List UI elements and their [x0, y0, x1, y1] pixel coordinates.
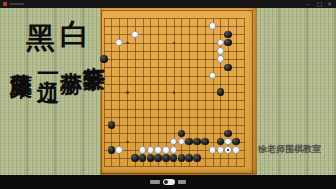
black-stone [162, 154, 170, 162]
watermark-text: 徐老师围棋教室 [258, 143, 321, 156]
white-stone [209, 146, 217, 154]
white-player-1-name: 李赫 [56, 54, 86, 56]
black-side-label: 黑 [26, 23, 55, 53]
grid-line-v [213, 18, 214, 168]
white-stone [162, 146, 170, 154]
pause-toggle[interactable] [163, 179, 175, 185]
white-stone [224, 146, 232, 154]
black-stone [224, 64, 232, 72]
record-indicator-icon [3, 2, 7, 6]
black-stone [147, 154, 155, 162]
white-stone [209, 22, 217, 30]
black-stone [185, 154, 193, 162]
player-marker-left[interactable] [150, 180, 160, 184]
player-control-bar [0, 175, 336, 189]
white-stone [154, 146, 162, 154]
black-stone [217, 88, 225, 96]
black-stone [139, 154, 147, 162]
minimize-icon[interactable]: – [305, 1, 312, 7]
black-player-1-name: 藤泽里菜 [6, 56, 36, 60]
white-stone [131, 31, 139, 39]
black-stone [108, 121, 116, 129]
maximize-icon[interactable]: □ [316, 1, 323, 7]
white-stone [217, 146, 225, 154]
title-bar: – □ × [0, 0, 336, 8]
black-stone [131, 154, 139, 162]
black-stone [108, 146, 116, 154]
white-stone [217, 55, 225, 63]
go-board[interactable] [100, 8, 257, 175]
white-stone [170, 146, 178, 154]
title-text-specks [10, 3, 24, 5]
black-stone [201, 138, 209, 146]
white-stone [217, 47, 225, 55]
toggle-knob-icon [164, 180, 168, 184]
white-player-2-name: 李轩豪 [79, 49, 109, 52]
black-stone [193, 138, 201, 146]
black-stone [232, 138, 240, 146]
grid-line-h [104, 166, 245, 167]
white-stone [115, 146, 123, 154]
white-stone [232, 146, 240, 154]
black-stone [178, 154, 186, 162]
player-marker-right[interactable] [178, 180, 186, 184]
black-stone [224, 130, 232, 138]
black-player-2-name: 一力辽 [33, 62, 63, 65]
grid-line-v [244, 18, 245, 168]
black-stone [100, 55, 108, 63]
black-stone [193, 154, 201, 162]
grid-line-h [104, 100, 245, 101]
white-stone [147, 146, 155, 154]
grid-line-h [104, 125, 245, 126]
white-stone [139, 146, 147, 154]
close-icon[interactable]: × [326, 1, 333, 7]
white-side-label: 白 [60, 19, 89, 49]
grid-line-h [104, 109, 245, 110]
black-stone [224, 31, 232, 39]
grid-line-h [104, 117, 245, 118]
black-stone [154, 154, 162, 162]
star-point [126, 91, 129, 94]
video-frame: – □ × 黑 白 藤泽里菜 一力辽 李赫 李轩豪 徐老师围棋教室 [0, 0, 336, 189]
last-move-marker [227, 149, 230, 152]
